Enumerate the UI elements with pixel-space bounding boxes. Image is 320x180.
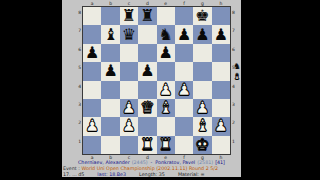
square-f7[interactable]: ♟ [175, 25, 193, 43]
black-player-name: Ponkratov, Pavel [155, 160, 195, 165]
game-length: Length: 35 [139, 172, 165, 178]
coord-label-8: 8 [232, 7, 241, 25]
piece-white-pawn: ♟ [177, 81, 191, 99]
piece-white-bishop: ♝ [159, 99, 173, 117]
piece-white-pawn: ♟ [159, 81, 173, 99]
square-h1[interactable] [212, 136, 230, 154]
coord-label-d: d [138, 1, 156, 7]
square-e6[interactable]: ♟ [157, 44, 175, 62]
square-f1[interactable] [175, 136, 193, 154]
piece-black-rook: ♜ [122, 7, 136, 25]
piece-white-pawn: ♟ [122, 117, 136, 135]
board-panel: abcdefgh 87654321 ♜♜♚♝♛♞♟♟♟♟♟♟♟♟♟♟♛♝♟♟♟♝… [62, 0, 241, 177]
square-g6[interactable] [193, 44, 211, 62]
square-a6[interactable]: ♟ [83, 44, 101, 62]
square-g7[interactable]: ♟ [193, 25, 211, 43]
event-value: World Uni Open Championship (2002.11.11)… [81, 166, 218, 171]
white-player-elo: (2445) [132, 160, 148, 165]
square-a3[interactable] [83, 99, 101, 117]
square-e2[interactable] [157, 117, 175, 135]
piece-white-pawn: ♟ [122, 99, 136, 117]
coord-label-7: 7 [72, 25, 81, 43]
piece-black-pawn: ♟ [103, 62, 117, 80]
coord-label-4: 4 [72, 81, 81, 99]
coord-label-3: 3 [72, 99, 81, 117]
app-window: abcdefgh 87654321 ♜♜♚♝♛♞♟♟♟♟♟♟♟♟♟♟♛♝♟♟♟♝… [0, 0, 320, 180]
square-b1[interactable] [101, 136, 119, 154]
rank-labels-left: 87654321 [72, 7, 81, 154]
square-e3[interactable]: ♝ [157, 99, 175, 117]
square-b3[interactable] [101, 99, 119, 117]
black-player-elo: (2581) [197, 160, 213, 165]
coord-label-5: 5 [72, 62, 81, 80]
square-g4[interactable] [193, 81, 211, 99]
square-c3[interactable]: ♟ [120, 99, 138, 117]
material-imbalance-indicator: ♞♝ [233, 62, 242, 81]
square-c6[interactable] [120, 44, 138, 62]
square-f8[interactable] [175, 7, 193, 25]
coord-label-f: f [175, 1, 193, 7]
piece-black-pawn: ♟ [177, 26, 191, 44]
square-a7[interactable] [83, 25, 101, 43]
square-a4[interactable] [83, 81, 101, 99]
piece-white-pawn: ♟ [214, 117, 228, 135]
coord-label-3: 3 [232, 99, 241, 117]
moves-caption: 17. ... d5 last: 18.Be3 Length: 35 Mater… [62, 172, 242, 178]
opening-code: [41] [215, 160, 225, 165]
piece-white-queen: ♛ [140, 99, 154, 117]
square-c1[interactable] [120, 136, 138, 154]
coord-label-4: 4 [232, 81, 241, 99]
coord-label-e: e [157, 1, 175, 7]
coord-label-6: 6 [72, 44, 81, 62]
piece-white-rook: ♜ [140, 136, 154, 154]
coord-label-2: 2 [232, 117, 241, 135]
square-c8[interactable]: ♜ [120, 7, 138, 25]
square-b5[interactable]: ♟ [101, 62, 119, 80]
current-move: 17. ... d5 [63, 172, 84, 178]
square-g2[interactable]: ♝ [193, 117, 211, 135]
square-d8[interactable]: ♜ [138, 7, 156, 25]
square-e5[interactable] [157, 62, 175, 80]
piece-white-bishop: ♝ [195, 117, 209, 135]
file-labels-top: abcdefgh [83, 1, 230, 7]
coord-label-1: 1 [72, 136, 81, 154]
square-g5[interactable] [193, 62, 211, 80]
square-b4[interactable] [101, 81, 119, 99]
coord-label-g: g [193, 1, 211, 7]
square-d5[interactable]: ♟ [138, 62, 156, 80]
square-h4[interactable] [212, 81, 230, 99]
coord-label-2: 2 [72, 117, 81, 135]
square-c4[interactable] [120, 81, 138, 99]
square-f2[interactable] [175, 117, 193, 135]
square-c2[interactable]: ♟ [120, 117, 138, 135]
white-bishop-icon: ♝ [233, 72, 241, 82]
square-g3[interactable]: ♟ [193, 99, 211, 117]
piece-black-pawn: ♟ [140, 62, 154, 80]
piece-white-king: ♚ [195, 136, 209, 154]
chess-board: ♜♜♚♝♛♞♟♟♟♟♟♟♟♟♟♟♛♝♟♟♟♝♟♜♜♚ [83, 7, 230, 154]
square-d4[interactable] [138, 81, 156, 99]
square-b7[interactable]: ♝ [101, 25, 119, 43]
piece-white-pawn: ♟ [195, 99, 209, 117]
coord-label-1: 1 [232, 136, 241, 154]
square-b2[interactable] [101, 117, 119, 135]
piece-black-bishop: ♝ [103, 26, 117, 44]
square-h2[interactable]: ♟ [212, 117, 230, 135]
piece-black-pawn: ♟ [85, 44, 99, 62]
square-h8[interactable] [212, 7, 230, 25]
piece-white-rook: ♜ [159, 136, 173, 154]
coord-label-a: a [83, 1, 101, 7]
square-f4[interactable]: ♟ [175, 81, 193, 99]
square-d1[interactable]: ♜ [138, 136, 156, 154]
square-a8[interactable] [83, 7, 101, 25]
coord-label-h: h [212, 1, 230, 7]
piece-black-rook: ♜ [140, 7, 154, 25]
coord-label-b: b [101, 1, 119, 7]
players-separator: - [151, 160, 153, 165]
coord-label-6: 6 [232, 44, 241, 62]
square-f3[interactable] [175, 99, 193, 117]
coord-label-7: 7 [232, 25, 241, 43]
square-d3[interactable]: ♛ [138, 99, 156, 117]
event-label: Event : [63, 166, 80, 171]
piece-black-queen: ♛ [122, 26, 136, 44]
square-h7[interactable]: ♟ [212, 25, 230, 43]
square-a2[interactable]: ♟ [83, 117, 101, 135]
piece-black-knight: ♞ [159, 26, 173, 44]
square-b6[interactable] [101, 44, 119, 62]
piece-black-pawn: ♟ [195, 26, 209, 44]
square-h3[interactable] [212, 99, 230, 117]
square-b8[interactable] [101, 7, 119, 25]
square-g8[interactable]: ♚ [193, 7, 211, 25]
piece-black-pawn: ♟ [159, 44, 173, 62]
square-c5[interactable] [120, 62, 138, 80]
square-d2[interactable] [138, 117, 156, 135]
coord-label-c: c [120, 1, 138, 7]
square-e7[interactable]: ♞ [157, 25, 175, 43]
square-h6[interactable] [212, 44, 230, 62]
square-g1[interactable]: ♚ [193, 136, 211, 154]
coord-label-8: 8 [72, 7, 81, 25]
square-c7[interactable]: ♛ [120, 25, 138, 43]
square-e4[interactable]: ♟ [157, 81, 175, 99]
square-a1[interactable] [83, 136, 101, 154]
square-f5[interactable] [175, 62, 193, 80]
piece-white-pawn: ♟ [85, 117, 99, 135]
square-d7[interactable] [138, 25, 156, 43]
white-player-name: Cherniaev, Alexander [78, 160, 130, 165]
square-d6[interactable] [138, 44, 156, 62]
square-a5[interactable] [83, 62, 101, 80]
square-f6[interactable] [175, 44, 193, 62]
square-e8[interactable] [157, 7, 175, 25]
material-balance: Material: = [178, 172, 205, 178]
piece-black-pawn: ♟ [214, 26, 228, 44]
players-caption: Cherniaev, Alexander(2445)-Ponkratov, Pa… [62, 160, 241, 166]
square-e1[interactable]: ♜ [157, 136, 175, 154]
last-move: last: 18.Be3 [97, 172, 126, 178]
piece-black-king: ♚ [195, 7, 209, 25]
square-h5[interactable] [212, 62, 230, 80]
